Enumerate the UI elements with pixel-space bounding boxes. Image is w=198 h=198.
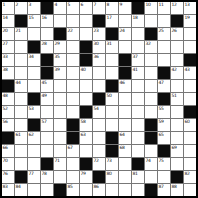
black-cell-r5c15 [184, 54, 196, 66]
clue-number: 28 [42, 41, 47, 46]
crossword-cell-r12c7[interactable] [80, 145, 92, 157]
crossword-cell-r10c14[interactable] [171, 119, 183, 131]
crossword-cell-r3c15[interactable] [184, 28, 196, 40]
crossword-cell-r5c2[interactable] [15, 54, 27, 66]
crossword-cell-r1c7[interactable]: 6 [80, 2, 92, 14]
black-cell-r1c11 [132, 2, 144, 14]
clue-number: 25 [159, 28, 164, 33]
clue-number: 78 [42, 171, 47, 176]
clue-number: 69 [172, 145, 177, 150]
crossword-cell-r15c2[interactable]: 84 [15, 184, 27, 196]
crossword-cell-r1c6[interactable]: 5 [67, 2, 79, 14]
crossword-cell-r9c2[interactable] [15, 106, 27, 118]
crossword-cell-r7c11[interactable] [132, 80, 144, 92]
clue-number: 7 [94, 2, 97, 7]
crossword-cell-r1c2[interactable]: 2 [15, 2, 27, 14]
crossword-cell-r11c2[interactable]: 61 [15, 132, 27, 144]
crossword-cell-r15c14[interactable]: 88 [171, 184, 183, 196]
crossword-cell-r15c9[interactable] [106, 184, 118, 196]
crossword-cell-r9c5[interactable] [54, 106, 66, 118]
black-cell-r7c1 [2, 80, 14, 92]
crossword-cell-r8c6[interactable] [67, 93, 79, 105]
clue-number: 11 [159, 2, 164, 7]
crossword-cell-r11c3[interactable]: 62 [28, 132, 40, 144]
clue-number: 51 [172, 93, 177, 98]
crossword-cell-r13c14[interactable] [171, 158, 183, 170]
clue-number: 20 [3, 28, 8, 33]
crossword-cell-r2c3[interactable]: 15 [28, 15, 40, 27]
crossword-cell-r13c6[interactable] [67, 158, 79, 170]
crossword-cell-r13c15[interactable] [184, 158, 196, 170]
clue-number: 52 [3, 106, 8, 111]
black-cell-r8c13 [158, 93, 170, 105]
crossword-cell-r2c9[interactable]: 17 [106, 15, 118, 27]
clue-number: 77 [29, 171, 34, 176]
crossword-cell-r15c4[interactable] [41, 184, 53, 196]
crossword-cell-r8c4[interactable]: 49 [41, 93, 53, 105]
crossword-cell-r9c14[interactable] [171, 106, 183, 118]
clue-number: 82 [185, 171, 190, 176]
black-cell-r13c11 [132, 158, 144, 170]
crossword-cell-r4c4[interactable]: 28 [41, 41, 53, 53]
clue-number: 49 [42, 93, 47, 98]
crossword-cell-r9c8[interactable]: 54 [93, 106, 105, 118]
crossword-cell-r5c14[interactable] [171, 54, 183, 66]
crossword-cell-r8c12[interactable] [145, 93, 157, 105]
crossword-cell-r10c9[interactable] [106, 119, 118, 131]
clue-number: 55 [159, 106, 164, 111]
crossword-cell-r14c12[interactable] [145, 171, 157, 183]
clue-number: 34 [29, 54, 34, 59]
crossword-cell-r8c1[interactable]: 48 [2, 93, 14, 105]
black-cell-r15c5 [54, 184, 66, 196]
crossword-cell-r13c12[interactable]: 74 [145, 158, 157, 170]
crossword-cell-r1c9[interactable]: 8 [106, 2, 118, 14]
crossword-cell-r6c9[interactable] [106, 67, 118, 79]
crossword-cell-r2c13[interactable] [158, 15, 170, 27]
crossword-cell-r15c11[interactable] [132, 184, 144, 196]
black-cell-r13c4 [41, 158, 53, 170]
black-cell-r1c4 [41, 2, 53, 14]
crossword-cell-r7c15[interactable] [184, 80, 196, 92]
crossword-cell-r8c14[interactable]: 51 [171, 93, 183, 105]
crossword-cell-r1c8[interactable]: 7 [93, 2, 105, 14]
crossword-cell-r3c2[interactable]: 21 [15, 28, 27, 40]
crossword-cell-r9c13[interactable]: 55 [158, 106, 170, 118]
crossword-cell-r15c10[interactable] [119, 184, 131, 196]
crossword-cell-r7c7[interactable] [80, 80, 92, 92]
crossword-cell-r10c15[interactable]: 60 [184, 119, 196, 131]
crossword-cell-r15c8[interactable]: 86 [93, 184, 105, 196]
crossword-cell-r4c1[interactable]: 27 [2, 41, 14, 53]
crossword-cell-r2c15[interactable]: 19 [184, 15, 196, 27]
clue-number: 84 [16, 184, 21, 189]
crossword-cell-r9c10[interactable] [119, 106, 131, 118]
black-cell-r14c2 [15, 171, 27, 183]
crossword-cell-r10c7[interactable]: 58 [80, 119, 92, 131]
black-cell-r10c12 [145, 119, 157, 131]
crossword-cell-r7c13[interactable]: 47 [158, 80, 170, 92]
black-cell-r10c6 [67, 119, 79, 131]
crossword-cell-r6c12[interactable] [145, 67, 157, 79]
crossword-cell-r10c11[interactable] [132, 119, 144, 131]
black-cell-r4c3 [28, 41, 40, 53]
crossword-cell-r6c8[interactable] [93, 67, 105, 79]
crossword-cell-r5c1[interactable]: 33 [2, 54, 14, 66]
crossword-cell-r8c10[interactable] [119, 93, 131, 105]
crossword-cell-r12c6[interactable]: 67 [67, 145, 79, 157]
crossword-cell-r14c3[interactable]: 77 [28, 171, 40, 183]
crossword-cell-r2c5[interactable] [54, 15, 66, 27]
crossword-cell-r3c8[interactable]: 23 [93, 28, 105, 40]
clue-number: 12 [172, 2, 177, 7]
crossword-cell-r4c10[interactable] [119, 41, 131, 53]
crossword-cell-r6c7[interactable]: 40 [80, 67, 92, 79]
black-cell-r11c9 [106, 132, 118, 144]
clue-number: 23 [94, 28, 99, 33]
crossword-cell-r2c6[interactable] [67, 15, 79, 27]
black-cell-r6c13 [158, 67, 170, 79]
clue-number: 54 [94, 106, 99, 111]
crossword-cell-r8c7[interactable] [80, 93, 92, 105]
crossword-cell-r3c10[interactable]: 24 [119, 28, 131, 40]
crossword-cell-r9c12[interactable] [145, 106, 157, 118]
clue-number: 6 [81, 2, 84, 7]
crossword-cell-r15c7[interactable] [80, 184, 92, 196]
crossword-cell-r1c14[interactable]: 12 [171, 2, 183, 14]
crossword-cell-r15c15[interactable] [184, 184, 196, 196]
clue-number: 42 [172, 67, 177, 72]
clue-number: 36 [94, 54, 99, 59]
black-cell-r8c8 [93, 93, 105, 105]
clue-number: 66 [3, 145, 8, 150]
crossword-cell-r7c2[interactable]: 44 [15, 80, 27, 92]
crossword-cell-r2c10[interactable] [119, 15, 131, 27]
crossword-cell-r5c3[interactable]: 34 [28, 54, 40, 66]
crossword-cell-r11c4[interactable] [41, 132, 53, 144]
crossword-cell-r13c5[interactable]: 71 [54, 158, 66, 170]
clue-number: 21 [16, 28, 21, 33]
clue-number: 67 [68, 145, 73, 150]
clue-number: 14 [3, 15, 8, 20]
clue-number: 50 [107, 93, 112, 98]
crossword-cell-r5c13[interactable] [158, 54, 170, 66]
crossword-cell-r9c11[interactable] [132, 106, 144, 118]
crossword-cell-r11c8[interactable] [93, 132, 105, 144]
crossword-cell-r7c3[interactable] [28, 80, 40, 92]
crossword-cell-r11c10[interactable]: 64 [119, 132, 131, 144]
crossword-cell-r11c5[interactable] [54, 132, 66, 144]
crossword-cell-r4c14[interactable] [171, 41, 183, 53]
crossword-puzzle: 1234567891011121314151617181920212223242… [0, 0, 198, 198]
black-cell-r2c8 [93, 15, 105, 27]
crossword-cell-r11c11[interactable] [132, 132, 144, 144]
black-cell-r12c9 [106, 145, 118, 157]
crossword-cell-r7c6[interactable] [67, 80, 79, 92]
crossword-cell-r15c13[interactable]: 87 [158, 184, 170, 196]
black-cell-r2c14 [171, 15, 183, 27]
crossword-cell-r3c14[interactable]: 26 [171, 28, 183, 40]
clue-number: 13 [185, 2, 190, 7]
crossword-cell-r1c15[interactable]: 13 [184, 2, 196, 14]
crossword-cell-r1c5[interactable]: 4 [54, 2, 66, 14]
clue-number: 29 [55, 41, 60, 46]
crossword-cell-r5c6[interactable] [67, 54, 79, 66]
clue-number: 74 [146, 158, 151, 163]
clue-number: 58 [81, 119, 86, 124]
clue-number: 62 [29, 132, 34, 137]
clue-number: 79 [81, 171, 86, 176]
clue-number: 63 [81, 132, 86, 137]
crossword-cell-r6c15[interactable]: 43 [184, 67, 196, 79]
black-cell-r7c9 [106, 80, 118, 92]
crossword-cell-r8c15[interactable] [184, 93, 196, 105]
crossword-cell-r12c11[interactable] [132, 145, 144, 157]
crossword-cell-r15c1[interactable]: 83 [2, 184, 14, 196]
clue-number: 60 [185, 119, 190, 124]
clue-number: 32 [146, 41, 151, 46]
crossword-cell-r4c6[interactable] [67, 41, 79, 53]
crossword-cell-r7c14[interactable] [171, 80, 183, 92]
crossword-cell-r6c11[interactable]: 41 [132, 67, 144, 79]
crossword-cell-r3c1[interactable]: 20 [2, 28, 14, 40]
black-cell-r2c2 [15, 15, 27, 27]
clue-number: 19 [185, 15, 190, 20]
black-cell-r15c12 [145, 184, 157, 196]
crossword-cell-r13c13[interactable]: 75 [158, 158, 170, 170]
crossword-cell-r10c1[interactable]: 56 [2, 119, 14, 131]
crossword-cell-r1c1[interactable]: 1 [2, 2, 14, 14]
crossword-cell-r4c13[interactable] [158, 41, 170, 53]
crossword-cell-r2c4[interactable]: 16 [41, 15, 53, 27]
black-cell-r6c10 [119, 67, 131, 79]
crossword-cell-r14c13[interactable] [158, 171, 170, 183]
crossword-cell-r10c4[interactable]: 57 [41, 119, 53, 131]
crossword-cell-r15c6[interactable]: 85 [67, 184, 79, 196]
clue-number: 48 [3, 93, 8, 98]
crossword-cell-r4c2[interactable] [15, 41, 27, 53]
crossword-cell-r5c8[interactable]: 36 [93, 54, 105, 66]
crossword-cell-r4c9[interactable]: 31 [106, 41, 118, 53]
black-cell-r9c7 [80, 106, 92, 118]
clue-number: 85 [68, 184, 73, 189]
crossword-cell-r6c1[interactable]: 38 [2, 67, 14, 79]
black-cell-r5c10 [119, 54, 131, 66]
crossword-cell-r4c8[interactable]: 30 [93, 41, 105, 53]
crossword-cell-r10c8[interactable] [93, 119, 105, 131]
crossword-cell-r13c9[interactable]: 73 [106, 158, 118, 170]
crossword-cell-r11c14[interactable] [171, 132, 183, 144]
black-cell-r11c1 [2, 132, 14, 144]
crossword-cell-r4c11[interactable] [132, 41, 144, 53]
crossword-cell-r5c11[interactable]: 37 [132, 54, 144, 66]
clue-number: 53 [29, 106, 34, 111]
crossword-cell-r12c2[interactable] [15, 145, 27, 157]
crossword-cell-r5c12[interactable] [145, 54, 157, 66]
crossword-cell-r14c6[interactable] [67, 171, 79, 183]
black-cell-r6c4 [41, 67, 53, 79]
clue-number: 8 [107, 2, 110, 7]
clue-number: 73 [107, 158, 112, 163]
crossword-cell-r14c11[interactable]: 81 [132, 171, 144, 183]
crossword-cell-r4c12[interactable]: 32 [145, 41, 157, 53]
clue-number: 30 [94, 41, 99, 46]
black-cell-r14c8 [93, 171, 105, 183]
crossword-cell-r2c12[interactable] [145, 15, 157, 27]
crossword-cell-r5c5[interactable]: 35 [54, 54, 66, 66]
black-cell-r4c7 [80, 41, 92, 53]
clue-number: 26 [172, 28, 177, 33]
crossword-cell-r3c4[interactable] [41, 28, 53, 40]
crossword-cell-r1c10[interactable]: 9 [119, 2, 131, 14]
crossword-cell-r3c3[interactable] [28, 28, 40, 40]
clue-number: 39 [55, 67, 60, 72]
crossword-cell-r9c9[interactable] [106, 106, 118, 118]
crossword-cell-r8c2[interactable] [15, 93, 27, 105]
crossword-cell-r14c15[interactable]: 82 [184, 171, 196, 183]
crossword-cell-r9c6[interactable] [67, 106, 79, 118]
clue-number: 9 [120, 2, 123, 7]
crossword-grid: 1234567891011121314151617181920212223242… [0, 0, 198, 198]
crossword-cell-r2c7[interactable] [80, 15, 92, 27]
crossword-cell-r12c3[interactable] [28, 145, 40, 157]
crossword-cell-r1c3[interactable]: 3 [28, 2, 40, 14]
clue-number: 68 [120, 145, 125, 150]
crossword-cell-r11c15[interactable] [184, 132, 196, 144]
black-cell-r12c13 [158, 145, 170, 157]
clue-number: 41 [133, 67, 138, 72]
crossword-cell-r12c1[interactable]: 66 [2, 145, 14, 157]
black-cell-r11c6 [67, 132, 79, 144]
clue-number: 87 [159, 184, 164, 189]
crossword-cell-r13c10[interactable] [119, 158, 131, 170]
crossword-cell-r2c1[interactable]: 14 [2, 15, 14, 27]
crossword-cell-r4c5[interactable]: 29 [54, 41, 66, 53]
clue-number: 5 [68, 2, 71, 7]
crossword-cell-r3c6[interactable]: 22 [67, 28, 79, 40]
clue-number: 70 [3, 158, 8, 163]
black-cell-r5c7 [80, 54, 92, 66]
crossword-cell-r10c13[interactable]: 59 [158, 119, 170, 131]
crossword-cell-r13c3[interactable] [28, 158, 40, 170]
black-cell-r5c4 [41, 54, 53, 66]
crossword-cell-r14c9[interactable]: 80 [106, 171, 118, 183]
crossword-cell-r14c1[interactable]: 76 [2, 171, 14, 183]
crossword-cell-r14c7[interactable]: 79 [80, 171, 92, 183]
crossword-cell-r15c3[interactable] [28, 184, 40, 196]
crossword-cell-r2c11[interactable]: 18 [132, 15, 144, 27]
crossword-cell-r10c5[interactable] [54, 119, 66, 131]
black-cell-r10c3 [28, 119, 40, 131]
crossword-cell-r1c12[interactable]: 10 [145, 2, 157, 14]
crossword-cell-r9c1[interactable]: 52 [2, 106, 14, 118]
black-cell-r11c12 [145, 132, 157, 144]
crossword-cell-r12c15[interactable] [184, 145, 196, 157]
clue-number: 44 [16, 80, 21, 85]
clue-number: 56 [3, 119, 8, 124]
clue-number: 4 [55, 2, 58, 7]
crossword-cell-r7c5[interactable] [54, 80, 66, 92]
crossword-cell-r7c10[interactable]: 46 [119, 80, 131, 92]
clue-number: 45 [42, 80, 47, 85]
clue-number: 59 [159, 119, 164, 124]
crossword-cell-r10c10[interactable] [119, 119, 131, 131]
clue-number: 47 [159, 80, 164, 85]
crossword-cell-r3c7[interactable] [80, 28, 92, 40]
clue-number: 61 [16, 132, 21, 137]
crossword-cell-r7c12[interactable] [145, 80, 157, 92]
clue-number: 38 [3, 67, 8, 72]
crossword-cell-r14c10[interactable] [119, 171, 131, 183]
crossword-cell-r6c14[interactable]: 42 [171, 67, 183, 79]
clue-number: 75 [159, 158, 164, 163]
clue-number: 86 [94, 184, 99, 189]
crossword-cell-r13c8[interactable]: 72 [93, 158, 105, 170]
black-cell-r14c14 [171, 171, 183, 183]
clue-number: 46 [120, 80, 125, 85]
crossword-cell-r7c4[interactable]: 45 [41, 80, 53, 92]
clue-number: 31 [107, 41, 112, 46]
crossword-cell-r14c4[interactable]: 78 [41, 171, 53, 183]
clue-number: 15 [29, 15, 34, 20]
crossword-cell-r13c1[interactable]: 70 [2, 158, 14, 170]
clue-number: 16 [42, 15, 47, 20]
clue-number: 33 [3, 54, 8, 59]
clue-number: 65 [159, 132, 164, 137]
crossword-cell-r8c11[interactable] [132, 93, 144, 105]
crossword-cell-r11c7[interactable]: 63 [80, 132, 92, 144]
clue-number: 71 [55, 158, 60, 163]
crossword-cell-r6c5[interactable]: 39 [54, 67, 66, 79]
clue-number: 3 [29, 2, 32, 7]
clue-number: 83 [3, 184, 8, 189]
crossword-cell-r6c3[interactable] [28, 67, 40, 79]
crossword-cell-r3c11[interactable] [132, 28, 144, 40]
crossword-cell-r12c5[interactable] [54, 145, 66, 157]
clue-number: 81 [133, 171, 138, 176]
crossword-cell-r9c4[interactable] [41, 106, 53, 118]
crossword-cell-r3c13[interactable]: 25 [158, 28, 170, 40]
crossword-cell-r12c10[interactable]: 68 [119, 145, 131, 157]
crossword-cell-r14c5[interactable] [54, 171, 66, 183]
crossword-cell-r13c2[interactable] [15, 158, 27, 170]
crossword-cell-r1c13[interactable]: 11 [158, 2, 170, 14]
clue-number: 72 [94, 158, 99, 163]
clue-number: 27 [3, 41, 8, 46]
crossword-cell-r6c6[interactable] [67, 67, 79, 79]
crossword-cell-r5c9[interactable] [106, 54, 118, 66]
crossword-cell-r9c3[interactable]: 53 [28, 106, 40, 118]
clue-number: 22 [68, 28, 73, 33]
clue-number: 76 [3, 171, 8, 176]
crossword-cell-r7c8[interactable] [93, 80, 105, 92]
crossword-cell-r4c15[interactable] [184, 41, 196, 53]
crossword-cell-r8c5[interactable] [54, 93, 66, 105]
clue-number: 64 [120, 132, 125, 137]
clue-number: 24 [120, 28, 125, 33]
clue-number: 88 [172, 184, 177, 189]
crossword-cell-r12c12[interactable] [145, 145, 157, 157]
crossword-cell-r12c8[interactable] [93, 145, 105, 157]
crossword-cell-r6c2[interactable] [15, 67, 27, 79]
crossword-cell-r10c2[interactable] [15, 119, 27, 131]
crossword-cell-r12c4[interactable] [41, 145, 53, 157]
clue-number: 17 [107, 15, 112, 20]
crossword-cell-r11c13[interactable]: 65 [158, 132, 170, 144]
crossword-cell-r12c14[interactable]: 69 [171, 145, 183, 157]
crossword-cell-r8c9[interactable]: 50 [106, 93, 118, 105]
clue-number: 40 [81, 67, 86, 72]
